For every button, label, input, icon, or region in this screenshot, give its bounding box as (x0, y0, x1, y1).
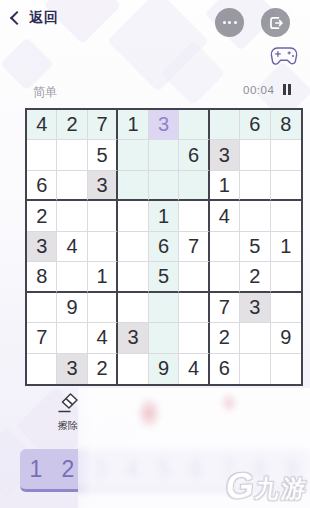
cell-r1c9[interactable]: 8 (271, 110, 301, 140)
cell-r5c5[interactable]: 6 (149, 232, 179, 262)
digit: 4 (219, 205, 230, 228)
cell-r5c6[interactable]: 7 (179, 232, 209, 262)
cell-r4c3[interactable] (88, 201, 118, 231)
cell-r2c2[interactable] (57, 140, 87, 170)
digit: 4 (188, 357, 199, 380)
watermark-text: 九游 (254, 476, 310, 502)
cell-r3c6[interactable] (179, 171, 209, 201)
cell-r1c1[interactable]: 4 (27, 110, 57, 140)
cell-r6c3[interactable]: 1 (88, 262, 118, 292)
gamepad-float-button[interactable] (269, 45, 299, 70)
cell-r9c9[interactable] (271, 354, 301, 384)
cell-r9c3[interactable]: 2 (88, 354, 118, 384)
back-chevron-icon (10, 11, 24, 25)
digit: 6 (36, 174, 47, 197)
cell-r2c8[interactable] (240, 140, 270, 170)
cell-r2c6[interactable]: 6 (179, 140, 209, 170)
cell-r9c8[interactable] (240, 354, 270, 384)
cell-r8c4[interactable]: 3 (118, 323, 148, 353)
cell-r3c3[interactable]: 3 (88, 171, 118, 201)
cell-r4c5[interactable]: 1 (149, 201, 179, 231)
more-options-button[interactable] (215, 8, 244, 37)
cell-r6c8[interactable]: 2 (240, 262, 270, 292)
digit: 6 (158, 235, 169, 258)
digit: 4 (36, 113, 47, 136)
cell-r8c6[interactable] (179, 323, 209, 353)
cell-r6c6[interactable] (179, 262, 209, 292)
cell-r3c9[interactable] (271, 171, 301, 201)
cell-r2c4[interactable] (118, 140, 148, 170)
cell-r7c3[interactable] (88, 293, 118, 323)
cell-r4c7[interactable]: 4 (210, 201, 240, 231)
cell-r3c8[interactable] (240, 171, 270, 201)
digit: 5 (158, 265, 169, 288)
eraser-icon (56, 392, 80, 414)
cell-r4c2[interactable] (57, 201, 87, 231)
cell-r7c7[interactable]: 7 (210, 293, 240, 323)
digit: 6 (188, 144, 199, 167)
cell-r3c2[interactable] (57, 171, 87, 201)
cell-r8c2[interactable] (57, 323, 87, 353)
pause-icon (288, 84, 291, 95)
cell-r6c2[interactable] (57, 262, 87, 292)
cell-r8c8[interactable] (240, 323, 270, 353)
cell-r8c5[interactable] (149, 323, 179, 353)
digit: 3 (219, 144, 230, 167)
cell-r6c7[interactable] (210, 262, 240, 292)
digit: 7 (188, 235, 199, 258)
pause-icon (283, 84, 286, 95)
digit: 2 (36, 205, 47, 228)
numpad-key-1[interactable]: 1 (20, 456, 52, 483)
watermark-logo: G (224, 469, 255, 503)
cell-r3c1[interactable]: 6 (27, 171, 57, 201)
cell-r9c6[interactable]: 4 (179, 354, 209, 384)
digit: 2 (219, 326, 230, 349)
digit: 5 (97, 144, 108, 167)
cell-r1c8[interactable]: 6 (240, 110, 270, 140)
pause-button[interactable] (283, 84, 291, 95)
cell-r5c7[interactable] (210, 232, 240, 262)
difficulty-label: 简单 (33, 84, 57, 101)
digit: 1 (158, 205, 169, 228)
cell-r3c5[interactable] (149, 171, 179, 201)
digit: 3 (158, 113, 169, 136)
cell-r6c5[interactable]: 5 (149, 262, 179, 292)
cell-r2c5[interactable] (149, 140, 179, 170)
digit: 7 (36, 326, 47, 349)
digit: 6 (219, 357, 230, 380)
digit: 2 (97, 357, 108, 380)
cell-r7c1[interactable] (27, 293, 57, 323)
digit: 3 (127, 326, 138, 349)
cell-r6c4[interactable] (118, 262, 148, 292)
cell-r7c5[interactable] (149, 293, 179, 323)
cell-r9c5[interactable]: 9 (149, 354, 179, 384)
digit: 4 (97, 326, 108, 349)
cell-r5c4[interactable] (118, 232, 148, 262)
cell-r4c4[interactable] (118, 201, 148, 231)
digit: 1 (280, 235, 291, 258)
gamepad-icon (269, 45, 299, 66)
cell-r5c8[interactable]: 5 (240, 232, 270, 262)
blurred-content-smudge (219, 392, 239, 414)
cell-r7c4[interactable] (118, 293, 148, 323)
cell-r3c4[interactable] (118, 171, 148, 201)
cell-r7c6[interactable] (179, 293, 209, 323)
cell-r2c9[interactable] (271, 140, 301, 170)
digit: 9 (280, 326, 291, 349)
ellipsis-icon (223, 21, 237, 24)
cell-r1c4[interactable]: 1 (118, 110, 148, 140)
cell-r7c8[interactable]: 3 (240, 293, 270, 323)
digit: 2 (67, 113, 78, 136)
digit: 3 (249, 296, 260, 319)
cell-r7c9[interactable] (271, 293, 301, 323)
digit: 9 (158, 357, 169, 380)
cell-r9c1[interactable] (27, 354, 57, 384)
cell-r5c1[interactable]: 3 (27, 232, 57, 262)
digit: 1 (127, 113, 138, 136)
digit: 7 (97, 113, 108, 136)
cell-r5c3[interactable] (88, 232, 118, 262)
digit: 4 (67, 235, 78, 258)
cell-r2c7[interactable]: 3 (210, 140, 240, 170)
digit: 1 (97, 265, 108, 288)
cell-r1c2[interactable]: 2 (57, 110, 87, 140)
cell-r9c7[interactable]: 6 (210, 354, 240, 384)
digit: 1 (219, 174, 230, 197)
cell-r1c3[interactable]: 7 (88, 110, 118, 140)
cell-r8c1[interactable]: 7 (27, 323, 57, 353)
cell-r4c1[interactable]: 2 (27, 201, 57, 231)
digit: 3 (97, 174, 108, 197)
blurred-content-smudge (136, 396, 162, 430)
bg-diamond (0, 37, 54, 91)
cell-r2c3[interactable]: 5 (88, 140, 118, 170)
digit: 5 (249, 235, 260, 258)
cell-r6c1[interactable]: 8 (27, 262, 57, 292)
digit: 3 (36, 235, 47, 258)
cell-r4c8[interactable] (240, 201, 270, 231)
exit-button[interactable] (261, 8, 290, 37)
digit: 6 (249, 113, 260, 136)
exit-icon (268, 15, 284, 31)
cell-r9c4[interactable] (118, 354, 148, 384)
watermark: G 九游 (224, 470, 310, 502)
cell-r4c6[interactable] (179, 201, 209, 231)
cell-r9c2[interactable]: 3 (57, 354, 87, 384)
cell-r7c2[interactable]: 9 (57, 293, 87, 323)
cell-r1c6[interactable] (179, 110, 209, 140)
digit: 3 (67, 357, 78, 380)
back-label: 返回 (29, 9, 59, 27)
cell-r1c5[interactable]: 3 (149, 110, 179, 140)
cell-r8c9[interactable]: 9 (271, 323, 301, 353)
digit: 9 (67, 296, 78, 319)
back-button[interactable]: 返回 (12, 9, 59, 27)
cell-r8c7[interactable]: 2 (210, 323, 240, 353)
digit: 8 (36, 265, 47, 288)
cell-r8c3[interactable]: 4 (88, 323, 118, 353)
timer: 00:04 (243, 84, 274, 96)
cell-r3c7[interactable]: 1 (210, 171, 240, 201)
cell-r4c9[interactable] (271, 201, 301, 231)
cell-r5c9[interactable]: 1 (271, 232, 301, 262)
sudoku-board: 427136856363121434675181529737432932946 (25, 108, 303, 386)
cell-r1c7[interactable] (210, 110, 240, 140)
cell-r6c9[interactable] (271, 262, 301, 292)
digit: 2 (249, 265, 260, 288)
digit: 7 (219, 296, 230, 319)
digit: 8 (280, 113, 291, 136)
cell-r5c2[interactable]: 4 (57, 232, 87, 262)
cell-r2c1[interactable] (27, 140, 57, 170)
